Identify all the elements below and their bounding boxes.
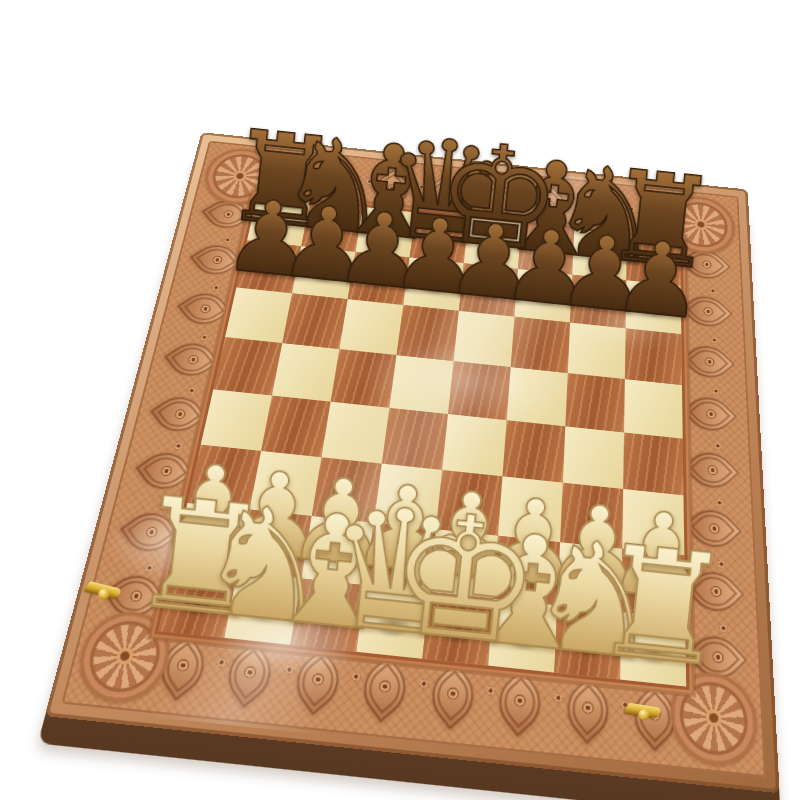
leaf-eye-carving xyxy=(173,407,187,420)
leaf-motif xyxy=(681,338,735,387)
leaf-motif xyxy=(472,180,522,221)
leaf-carving-detail xyxy=(708,287,717,295)
latch-knob xyxy=(638,708,651,721)
leaf-carving-detail xyxy=(361,663,409,714)
leaf-motif xyxy=(419,174,469,215)
square-h6[interactable] xyxy=(625,328,682,385)
leaf-carving-detail xyxy=(690,450,733,491)
leaf-carving-detail xyxy=(563,684,611,735)
leaf-carving-detail xyxy=(159,642,207,692)
leaf-motif xyxy=(367,169,417,210)
leaf-carving-detail xyxy=(199,333,209,342)
leaf-carving-detail xyxy=(575,200,584,207)
leaf-carving-detail xyxy=(552,692,563,704)
leaf-carving-detail xyxy=(226,649,274,700)
leaf-carving-detail xyxy=(294,656,342,707)
chess-board: ♜♞♝♛♚♝♞♜♟♟♟♟♟♟♟♟♟♟♟♟♟♟♟♟♜♞♝♛♚♝♞♜ xyxy=(45,132,780,793)
leaf-eye-carving xyxy=(579,699,595,716)
leaf-motif xyxy=(577,191,627,233)
leaf-eye-carving xyxy=(310,671,326,688)
leaf-motif xyxy=(683,443,740,497)
leaf-eye-carving xyxy=(242,664,258,681)
leaf-carving-detail xyxy=(418,183,427,190)
leaf-eye-carving xyxy=(512,692,528,709)
leaf-motif xyxy=(525,185,575,227)
square-f6[interactable] xyxy=(511,317,570,373)
leaf-eye-carving xyxy=(706,463,720,477)
leaf-carving-detail xyxy=(428,670,476,721)
leaf-carving-detail xyxy=(713,441,723,450)
piece-stand: ♜ xyxy=(620,612,686,682)
board-stack: ♜♞♝♛♚♝♞♜♟♟♟♟♟♟♟♟♟♟♟♟♟♟♟♟♜♞♝♛♚♝♞♜ xyxy=(102,68,794,760)
leaf-carving-detail xyxy=(212,284,221,292)
leaf-carving-detail xyxy=(351,671,362,683)
leaf-motif xyxy=(314,163,364,204)
leaf-carving-detail xyxy=(223,236,232,244)
leaf-eye-carving xyxy=(377,678,393,695)
leaf-motif xyxy=(488,669,552,737)
leaf-carving-detail xyxy=(485,685,496,697)
leaf-carving-detail xyxy=(284,664,295,676)
leaf-carving-detail xyxy=(418,678,429,690)
leaf-carving-detail xyxy=(470,189,479,196)
piece-white-king[interactable]: ♚ xyxy=(380,491,547,666)
leaf-carving-detail xyxy=(217,657,228,669)
piece-white-rook[interactable]: ♜ xyxy=(586,527,738,686)
leaf-motif xyxy=(286,648,350,716)
product-photo: ♜♞♝♛♚♝♞♜♟♟♟♟♟♟♟♟♟♟♟♟♟♟♟♟♜♞♝♛♚♝♞♜ xyxy=(0,0,800,800)
leaf-motif xyxy=(190,238,243,283)
leaf-carving-detail xyxy=(522,194,531,201)
leaf-motif xyxy=(164,335,219,385)
leaf-carving-detail xyxy=(710,336,719,344)
leaf-motif xyxy=(177,285,231,332)
leaf-carving-detail xyxy=(627,205,636,212)
leaf-motif xyxy=(682,389,737,440)
square-e1[interactable]: ♚ xyxy=(422,592,493,666)
leaf-carving-detail xyxy=(496,677,544,728)
piece-stand: ♟ xyxy=(626,280,682,331)
leaf-carving-detail xyxy=(365,178,374,185)
piece-stand: ♚ xyxy=(423,592,494,661)
leaf-carving-detail xyxy=(711,387,721,396)
leaf-carving-detail xyxy=(149,650,160,662)
leaf-eye-carving xyxy=(445,685,461,702)
leaf-carving-detail xyxy=(187,386,197,395)
leaf-eye-carving xyxy=(175,657,191,674)
leaf-carving-detail xyxy=(313,172,322,179)
square-e6[interactable] xyxy=(454,311,515,367)
square-g6[interactable] xyxy=(568,323,626,379)
square-h7[interactable]: ♟ xyxy=(626,280,682,334)
leaf-carving-detail xyxy=(157,394,200,434)
leaf-motif xyxy=(681,289,734,335)
square-h1[interactable]: ♜ xyxy=(620,612,686,686)
